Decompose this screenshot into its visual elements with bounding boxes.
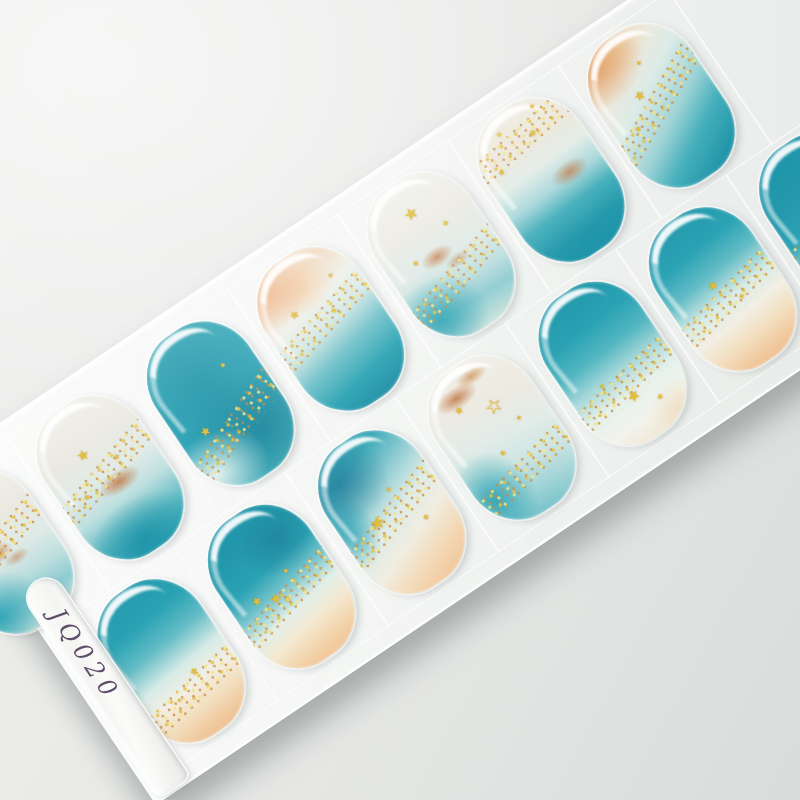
star-icon: ✦ — [635, 58, 645, 68]
glitter-band — [613, 36, 708, 171]
gloss-highlight — [570, 16, 691, 136]
star-icon: ★ — [623, 385, 643, 405]
star-icon: ★ — [250, 594, 264, 609]
product-photo: ★✦★✦★★✦★★✦★★✦★●★★✦★✦★★✦✶●★✦★✦★☆★✦★★✦★★✦★… — [0, 0, 800, 800]
nail-sticker-grid: ★✦★✦★★✦★★✦★★✦★●★★✦★✦★★✦✶●★✦★✦★☆★✦★★✦★★✦★ — [0, 0, 800, 471]
star-icon: ✦ — [440, 218, 451, 230]
glitter-band — [466, 412, 584, 533]
star-icon: ✦ — [384, 484, 395, 496]
gloss-highlight — [129, 314, 250, 434]
star-icon: ★ — [75, 446, 91, 463]
gloss-highlight — [0, 463, 29, 583]
star-icon: ✦ — [281, 566, 291, 576]
glitter-band — [51, 410, 163, 536]
star-icon: ★ — [401, 204, 422, 225]
star-icon: ★ — [453, 404, 466, 417]
glitter-band — [566, 325, 687, 443]
star-icon: ● — [494, 129, 504, 140]
star-icon: ★ — [421, 513, 431, 524]
star-icon: ★ — [631, 87, 648, 104]
star-icon: ★ — [497, 168, 507, 179]
glitter-band — [185, 361, 288, 493]
star-icon: ✦ — [528, 102, 538, 112]
star-icon: ✦ — [515, 413, 525, 423]
star-icon: ✦ — [328, 306, 339, 318]
star-icon: ✦ — [175, 696, 184, 705]
glitter-band — [268, 260, 383, 383]
star-icon: ✦ — [0, 555, 1, 565]
gloss-highlight — [460, 91, 581, 211]
star-icon: ★ — [287, 307, 301, 322]
star-icon: ★ — [411, 258, 421, 269]
star-icon: ★ — [705, 278, 721, 294]
gloss-highlight — [300, 423, 421, 543]
glitter-band — [670, 238, 788, 359]
star-icon: ★ — [326, 271, 335, 280]
gloss-highlight — [190, 497, 311, 617]
gloss-highlight — [521, 274, 642, 394]
star-icon: ★ — [218, 360, 227, 369]
star-icon: ★ — [0, 513, 3, 526]
glitter-band — [462, 81, 585, 196]
wrap-sheet: ★✦★✦★★✦★★✦★★✦★●★★✦★✦★★✦✶●★✦★✦★☆★✦★★✦★★✦★… — [0, 0, 800, 800]
gloss-highlight — [631, 200, 752, 320]
glitter-band — [778, 161, 800, 282]
star-icon: ★ — [498, 448, 508, 459]
star-icon: ★ — [655, 392, 665, 403]
star-icon: ✦ — [228, 435, 238, 445]
star-icon: ✦ — [597, 381, 608, 393]
glitter-band — [340, 452, 449, 580]
gloss-highlight — [411, 348, 532, 468]
star-icon: ★ — [82, 492, 92, 503]
star-icon: ★ — [188, 665, 201, 678]
star-icon: ★ — [369, 513, 388, 533]
star-icon: ● — [282, 593, 293, 605]
star-icon: ✶ — [266, 589, 286, 610]
gloss-highlight — [240, 240, 361, 360]
star-icon: ★ — [526, 126, 539, 139]
gloss-highlight — [350, 165, 471, 285]
star-icon: ★ — [634, 125, 644, 136]
glitter-band — [401, 215, 513, 341]
star-icon: ☆ — [481, 393, 507, 420]
star-icon: ★ — [197, 423, 213, 439]
star-icon: ✦ — [112, 452, 123, 464]
star-icon: ✦ — [737, 292, 747, 302]
glitter-band — [232, 537, 347, 660]
gloss-highlight — [19, 388, 140, 508]
gloss-highlight — [741, 125, 800, 245]
